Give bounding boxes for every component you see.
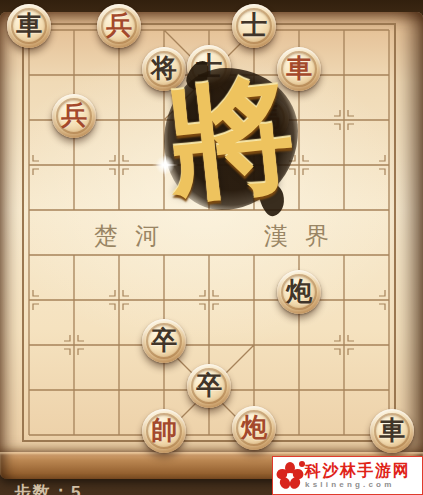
game-screen: 楚河 漢界 車兵士将士車兵馬炮卒卒帥炮車 將 步数：5 科沙林手游网 bbox=[0, 0, 423, 495]
watermark-domain: kslineng.com bbox=[305, 480, 410, 489]
piece-glyph: 帥 bbox=[151, 418, 177, 444]
piece-glyph: 炮 bbox=[241, 415, 267, 441]
piece-black-chariot[interactable]: 車 bbox=[370, 409, 414, 453]
river-label-han: 漢界 bbox=[264, 222, 346, 250]
river-label-chu: 楚河 bbox=[94, 222, 176, 250]
piece-glyph: 卒 bbox=[196, 373, 222, 399]
check-banner-text: 將 bbox=[150, 57, 311, 223]
piece-black-advisor[interactable]: 士 bbox=[232, 4, 276, 48]
watermark-site-name: 科沙林手游网 bbox=[305, 462, 410, 480]
piece-glyph: 士 bbox=[241, 13, 267, 39]
sparkle-effect bbox=[154, 154, 176, 176]
piece-red-cannon[interactable]: 炮 bbox=[232, 406, 276, 450]
plum-blossom-icon bbox=[275, 459, 305, 493]
piece-glyph: 炮 bbox=[286, 279, 312, 305]
piece-glyph: 兵 bbox=[106, 13, 132, 39]
piece-black-soldier[interactable]: 卒 bbox=[187, 364, 231, 408]
piece-black-chariot[interactable]: 車 bbox=[7, 4, 51, 48]
piece-glyph: 卒 bbox=[151, 328, 177, 354]
site-watermark: 科沙林手游网 kslineng.com bbox=[272, 456, 423, 495]
piece-glyph: 兵 bbox=[61, 103, 87, 129]
piece-red-soldier[interactable]: 兵 bbox=[52, 94, 96, 138]
piece-black-cannon[interactable]: 炮 bbox=[277, 270, 321, 314]
check-banner: 將 bbox=[158, 64, 304, 216]
piece-red-general[interactable]: 帥 bbox=[142, 409, 186, 453]
piece-black-soldier[interactable]: 卒 bbox=[142, 319, 186, 363]
piece-glyph: 車 bbox=[16, 13, 42, 39]
piece-red-soldier[interactable]: 兵 bbox=[97, 4, 141, 48]
piece-glyph: 車 bbox=[379, 418, 405, 444]
move-counter: 步数：5 bbox=[14, 483, 82, 495]
